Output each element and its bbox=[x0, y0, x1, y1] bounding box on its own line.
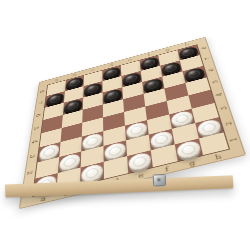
white-checker-glyph: ⛀ bbox=[129, 152, 152, 172]
checkers-product-photo: abcdefgh abcdefgh 87654321 87654321 ⛂⛂⛂⛂… bbox=[0, 0, 250, 250]
white-checker[interactable]: ⛀ bbox=[129, 152, 152, 172]
white-checker-glyph: ⛀ bbox=[176, 140, 201, 160]
board-box: abcdefgh abcdefgh 87654321 87654321 ⛂⛂⛂⛂… bbox=[17, 5, 230, 218]
white-checker[interactable]: ⛀ bbox=[176, 140, 201, 160]
metal-clasp-latch-icon bbox=[153, 174, 166, 187]
